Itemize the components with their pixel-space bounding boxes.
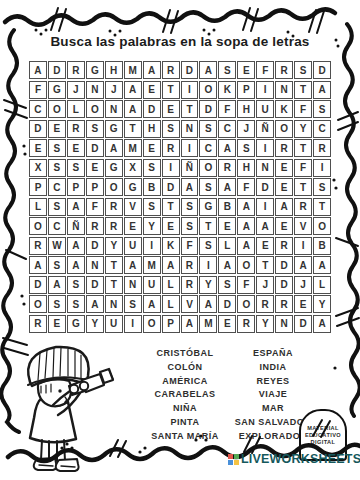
grid-cell-r2c16[interactable]: A: [313, 81, 331, 99]
grid-cell-r13c1[interactable]: O: [29, 295, 47, 313]
grid-cell-r7c11[interactable]: A: [218, 178, 236, 196]
grid-cell-r5c13[interactable]: I: [256, 139, 274, 157]
grid-cell-r13c7[interactable]: A: [143, 295, 161, 313]
grid-cell-r5c5[interactable]: A: [105, 139, 123, 157]
grid-cell-r1c5[interactable]: H: [105, 61, 123, 79]
grid-cell-r8c12[interactable]: A: [237, 198, 255, 216]
grid-cell-r2c1[interactable]: F: [29, 81, 47, 99]
grid-cell-r9c5[interactable]: R: [105, 217, 123, 235]
grid-cell-r5c15[interactable]: T: [294, 139, 312, 157]
grid-cell-r12c16[interactable]: L: [313, 276, 331, 294]
page-title: Busca las palabras en la sopa de letras: [0, 34, 360, 49]
grid-cell-r2c14[interactable]: N: [275, 81, 293, 99]
grid-cell-r13c10[interactable]: A: [199, 295, 217, 313]
grid-cell-r11c5[interactable]: T: [105, 256, 123, 274]
grid-cell-r14c6[interactable]: I: [124, 315, 142, 333]
grid-cell-r7c2[interactable]: C: [48, 178, 66, 196]
word-item[interactable]: ESPAÑA: [207, 347, 339, 361]
grid-cell-r4c16[interactable]: C: [313, 120, 331, 138]
grid-cell-r8c9[interactable]: S: [181, 198, 199, 216]
grid-cell-r5c4[interactable]: D: [86, 139, 104, 157]
grid-cell-r11c16[interactable]: A: [313, 256, 331, 274]
grid-cell-r10c7[interactable]: I: [143, 237, 161, 255]
grid-cell-r4c8[interactable]: S: [162, 120, 180, 138]
grid-cell-r11c6[interactable]: A: [124, 256, 142, 274]
word-item[interactable]: INDIA: [207, 361, 339, 375]
grid-cell-r4c7[interactable]: H: [143, 120, 161, 138]
grid-cell-r13c5[interactable]: N: [105, 295, 123, 313]
grid-cell-r9c16[interactable]: O: [313, 217, 331, 235]
grid-cell-r12c4[interactable]: D: [86, 276, 104, 294]
grid-cell-r11c14[interactable]: D: [275, 256, 293, 274]
grid-cell-r2c8[interactable]: T: [162, 81, 180, 99]
grid-cell-r13c2[interactable]: S: [48, 295, 66, 313]
grid-cell-r1c6[interactable]: M: [124, 61, 142, 79]
grid-cell-r3c15[interactable]: F: [294, 100, 312, 118]
grid-cell-r4c6[interactable]: T: [124, 120, 142, 138]
grid-cell-r2c12[interactable]: P: [237, 81, 255, 99]
grid-cell-r6c8[interactable]: I: [162, 159, 180, 177]
grid-cell-r6c3[interactable]: S: [67, 159, 85, 177]
grid-cell-r3c7[interactable]: D: [143, 100, 161, 118]
grid-cell-r4c5[interactable]: G: [105, 120, 123, 138]
grid-cell-r12c1[interactable]: D: [29, 276, 47, 294]
grid-cell-r2c9[interactable]: I: [181, 81, 199, 99]
grid-cell-r12c9[interactable]: R: [181, 276, 199, 294]
grid-cell-r11c15[interactable]: A: [294, 256, 312, 274]
grid-cell-r5c16[interactable]: R: [313, 139, 331, 157]
grid-cell-r10c14[interactable]: R: [275, 237, 293, 255]
grid-cell-r1c12[interactable]: E: [237, 61, 255, 79]
grid-cell-r10c2[interactable]: W: [48, 237, 66, 255]
grid-cell-r4c15[interactable]: Y: [294, 120, 312, 138]
grid-cell-r5c6[interactable]: M: [124, 139, 142, 157]
grid-cell-r14c13[interactable]: Y: [256, 315, 274, 333]
grid-cell-r8c3[interactable]: A: [67, 198, 85, 216]
grid-cell-r5c14[interactable]: R: [275, 139, 293, 157]
grid-cell-r3c2[interactable]: O: [48, 100, 66, 118]
grid-cell-r12c2[interactable]: A: [48, 276, 66, 294]
grid-cell-r9c13[interactable]: A: [256, 217, 274, 235]
grid-cell-r4c9[interactable]: N: [181, 120, 199, 138]
grid-cell-r7c12[interactable]: F: [237, 178, 255, 196]
grid-cell-r9c9[interactable]: S: [181, 217, 199, 235]
grid-cell-r2c2[interactable]: G: [48, 81, 66, 99]
grid-cell-r3c3[interactable]: L: [67, 100, 85, 118]
worksheet-page: Busca las palabras en la sopa de letras …: [0, 0, 360, 480]
grid-cell-r9c6[interactable]: E: [124, 217, 142, 235]
grid-cell-r10c3[interactable]: A: [67, 237, 85, 255]
grid-cell-r9c4[interactable]: R: [86, 217, 104, 235]
grid-cell-r10c5[interactable]: Y: [105, 237, 123, 255]
grid-cell-r11c8[interactable]: A: [162, 256, 180, 274]
badge-line-1: MATERIAL: [307, 425, 339, 431]
grid-cell-r12c10[interactable]: Y: [199, 276, 217, 294]
grid-cell-r12c13[interactable]: J: [256, 276, 274, 294]
grid-cell-r10c8[interactable]: K: [162, 237, 180, 255]
grid-cell-r7c6[interactable]: G: [124, 178, 142, 196]
grid-cell-r8c5[interactable]: R: [105, 198, 123, 216]
grid-cell-r2c4[interactable]: N: [86, 81, 104, 99]
grid-cell-r8c14[interactable]: A: [275, 198, 293, 216]
grid-cell-r7c5[interactable]: O: [105, 178, 123, 196]
grid-cell-r10c13[interactable]: E: [256, 237, 274, 255]
grid-cell-r12c12[interactable]: F: [237, 276, 255, 294]
grid-cell-r4c4[interactable]: S: [86, 120, 104, 138]
grid-cell-r13c15[interactable]: E: [294, 295, 312, 313]
grid-cell-r1c3[interactable]: R: [67, 61, 85, 79]
grid-cell-r13c9[interactable]: V: [181, 295, 199, 313]
grid-cell-r13c3[interactable]: S: [67, 295, 85, 313]
grid-cell-r6c16[interactable]: I: [313, 159, 331, 177]
grid-cell-r3c11[interactable]: F: [218, 100, 236, 118]
grid-cell-r4c3[interactable]: R: [67, 120, 85, 138]
grid-cell-r14c3[interactable]: G: [67, 315, 85, 333]
grid-cell-r4c1[interactable]: D: [29, 120, 47, 138]
grid-cell-r14c1[interactable]: R: [29, 315, 47, 333]
grid-cell-r9c10[interactable]: T: [199, 217, 217, 235]
grid-cell-r10c12[interactable]: A: [237, 237, 255, 255]
grid-cell-r4c14[interactable]: O: [275, 120, 293, 138]
grid-cell-r7c16[interactable]: S: [313, 178, 331, 196]
grid-cell-r14c10[interactable]: M: [199, 315, 217, 333]
grid-cell-r3c12[interactable]: H: [237, 100, 255, 118]
grid-cell-r6c5[interactable]: G: [105, 159, 123, 177]
grid-cell-r2c15[interactable]: T: [294, 81, 312, 99]
grid-cell-r6c14[interactable]: E: [275, 159, 293, 177]
grid-cell-r7c13[interactable]: D: [256, 178, 274, 196]
grid-cell-r2c6[interactable]: A: [124, 81, 142, 99]
grid-cell-r12c14[interactable]: D: [275, 276, 293, 294]
grid-cell-r13c16[interactable]: Y: [313, 295, 331, 313]
grid-cell-r4c10[interactable]: S: [199, 120, 217, 138]
grid-cell-r8c16[interactable]: T: [313, 198, 331, 216]
grid-cell-r4c11[interactable]: C: [218, 120, 236, 138]
grid-cell-r14c15[interactable]: D: [294, 315, 312, 333]
grid-cell-r11c13[interactable]: T: [256, 256, 274, 274]
grid-cell-r6c11[interactable]: R: [218, 159, 236, 177]
grid-cell-r2c10[interactable]: O: [199, 81, 217, 99]
grid-cell-r5c1[interactable]: E: [29, 139, 47, 157]
child-with-telescope-illustration: [8, 336, 120, 478]
grid-cell-r12c6[interactable]: N: [124, 276, 142, 294]
grid-cell-r12c7[interactable]: U: [143, 276, 161, 294]
grid-cell-r6c12[interactable]: H: [237, 159, 255, 177]
grid-cell-r7c9[interactable]: A: [181, 178, 199, 196]
badge-line-2: EDUCATIVO: [305, 432, 341, 438]
grid-cell-r10c11[interactable]: L: [218, 237, 236, 255]
word-item[interactable]: VIAJE: [207, 388, 339, 402]
grid-cell-r7c4[interactable]: P: [86, 178, 104, 196]
grid-cell-r7c8[interactable]: D: [162, 178, 180, 196]
grid-cell-r14c8[interactable]: P: [162, 315, 180, 333]
grid-cell-r2c11[interactable]: K: [218, 81, 236, 99]
grid-cell-r9c1[interactable]: O: [29, 217, 47, 235]
grid-cell-r2c13[interactable]: I: [256, 81, 274, 99]
grid-cell-r5c9[interactable]: I: [181, 139, 199, 157]
grid-cell-r4c13[interactable]: Ñ: [256, 120, 274, 138]
grid-cell-r1c9[interactable]: D: [181, 61, 199, 79]
grid-cell-r6c10[interactable]: O: [199, 159, 217, 177]
watermark-text: LIVEWORKSHEETS: [241, 452, 360, 466]
grid-cell-r10c4[interactable]: D: [86, 237, 104, 255]
grid-cell-r7c7[interactable]: B: [143, 178, 161, 196]
grid-cell-r3c8[interactable]: E: [162, 100, 180, 118]
grid-cell-r3c6[interactable]: A: [124, 100, 142, 118]
grid-cell-r12c8[interactable]: L: [162, 276, 180, 294]
grid-cell-r9c2[interactable]: C: [48, 217, 66, 235]
grid-cell-r6c4[interactable]: E: [86, 159, 104, 177]
grid-cell-r3c4[interactable]: O: [86, 100, 104, 118]
grid-cell-r14c7[interactable]: O: [143, 315, 161, 333]
grid-cell-r8c15[interactable]: R: [294, 198, 312, 216]
grid-cell-r14c14[interactable]: N: [275, 315, 293, 333]
grid-cell-r4c12[interactable]: J: [237, 120, 255, 138]
grid-cell-r12c5[interactable]: T: [105, 276, 123, 294]
grid-cell-r6c9[interactable]: Ñ: [181, 159, 199, 177]
grid-cell-r5c10[interactable]: C: [199, 139, 217, 157]
grid-cell-r11c7[interactable]: M: [143, 256, 161, 274]
grid-cell-r9c7[interactable]: Y: [143, 217, 161, 235]
grid-cell-r11c4[interactable]: N: [86, 256, 104, 274]
grid-cell-r13c6[interactable]: S: [124, 295, 142, 313]
grid-cell-r1c2[interactable]: D: [48, 61, 66, 79]
grid-cell-r11c12[interactable]: O: [237, 256, 255, 274]
grid-cell-r3c9[interactable]: T: [181, 100, 199, 118]
grid-cell-r8c13[interactable]: I: [256, 198, 274, 216]
grid-cell-r7c10[interactable]: S: [199, 178, 217, 196]
grid-cell-r13c14[interactable]: R: [275, 295, 293, 313]
grid-cell-r2c5[interactable]: J: [105, 81, 123, 99]
grid-cell-r1c10[interactable]: A: [199, 61, 217, 79]
grid-cell-r1c16[interactable]: D: [313, 61, 331, 79]
badge-line-3: DIGITAL: [311, 439, 336, 445]
grid-cell-r10c15[interactable]: I: [294, 237, 312, 255]
grid-cell-r5c12[interactable]: S: [237, 139, 255, 157]
grid-cell-r8c1[interactable]: L: [29, 198, 47, 216]
grid-cell-r10c16[interactable]: B: [313, 237, 331, 255]
grid-cell-r11c11[interactable]: A: [218, 256, 236, 274]
grid-cell-r10c6[interactable]: U: [124, 237, 142, 255]
grid-cell-r13c11[interactable]: D: [218, 295, 236, 313]
grid-cell-r5c3[interactable]: E: [67, 139, 85, 157]
grid-cell-r14c16[interactable]: A: [313, 315, 331, 333]
grid-cell-r6c2[interactable]: S: [48, 159, 66, 177]
grid-cell-r14c12[interactable]: R: [237, 315, 255, 333]
grid-cell-r8c7[interactable]: S: [143, 198, 161, 216]
grid-cell-r5c2[interactable]: S: [48, 139, 66, 157]
grid-cell-r13c12[interactable]: O: [237, 295, 255, 313]
grid-cell-r10c9[interactable]: F: [181, 237, 199, 255]
grid-cell-r8c10[interactable]: G: [199, 198, 217, 216]
grid-cell-r9c15[interactable]: V: [294, 217, 312, 235]
grid-cell-r6c1[interactable]: X: [29, 159, 47, 177]
grid-cell-r3c5[interactable]: N: [105, 100, 123, 118]
liveworksheets-watermark[interactable]: LIVEWORKSHEETS: [228, 452, 360, 466]
grid-cell-r8c6[interactable]: V: [124, 198, 142, 216]
grid-cell-r11c3[interactable]: A: [67, 256, 85, 274]
grid-cell-r14c5[interactable]: U: [105, 315, 123, 333]
grid-cell-r14c2[interactable]: E: [48, 315, 66, 333]
grid-cell-r5c11[interactable]: A: [218, 139, 236, 157]
grid-cell-r3c13[interactable]: U: [256, 100, 274, 118]
grid-cell-r10c10[interactable]: S: [199, 237, 217, 255]
word-item[interactable]: REYES: [207, 375, 339, 389]
grid-cell-r11c2[interactable]: S: [48, 256, 66, 274]
grid-cell-r1c4[interactable]: G: [86, 61, 104, 79]
grid-cell-r11c1[interactable]: A: [29, 256, 47, 274]
grid-cell-r1c8[interactable]: R: [162, 61, 180, 79]
grid-cell-r7c3[interactable]: P: [67, 178, 85, 196]
grid-cell-r7c1[interactable]: P: [29, 178, 47, 196]
grid-cell-r11c10[interactable]: I: [199, 256, 217, 274]
grid-cell-r1c13[interactable]: F: [256, 61, 274, 79]
grid-cell-r12c11[interactable]: S: [218, 276, 236, 294]
grid-cell-r9c14[interactable]: E: [275, 217, 293, 235]
grid-cell-r12c15[interactable]: J: [294, 276, 312, 294]
grid-cell-r2c3[interactable]: J: [67, 81, 85, 99]
grid-cell-r4c2[interactable]: E: [48, 120, 66, 138]
grid-cell-r1c1[interactable]: A: [29, 61, 47, 79]
grid-cell-r3c10[interactable]: D: [199, 100, 217, 118]
grid-cell-r1c11[interactable]: S: [218, 61, 236, 79]
grid-cell-r6c6[interactable]: X: [124, 159, 142, 177]
grid-cell-r3c14[interactable]: K: [275, 100, 293, 118]
grid-cell-r3c16[interactable]: S: [313, 100, 331, 118]
grid-cell-r6c15[interactable]: F: [294, 159, 312, 177]
word-search-grid: ADRGHMARDASEFRSDFGJNJAETIOKPINTACOLONADE…: [29, 61, 331, 333]
grid-cell-r14c9[interactable]: A: [181, 315, 199, 333]
grid-cell-r10c1[interactable]: R: [29, 237, 47, 255]
grid-cell-r1c7[interactable]: A: [143, 61, 161, 79]
grid-cell-r8c8[interactable]: T: [162, 198, 180, 216]
grid-cell-r9c3[interactable]: Ñ: [67, 217, 85, 235]
grid-cell-r9c8[interactable]: E: [162, 217, 180, 235]
grid-cell-r5c8[interactable]: R: [162, 139, 180, 157]
grid-cell-r2c7[interactable]: E: [143, 81, 161, 99]
grid-cell-r9c12[interactable]: A: [237, 217, 255, 235]
grid-cell-r13c13[interactable]: R: [256, 295, 274, 313]
grid-cell-r14c4[interactable]: Y: [86, 315, 104, 333]
grid-cell-r7c15[interactable]: T: [294, 178, 312, 196]
grid-cell-r9c11[interactable]: E: [218, 217, 236, 235]
grid-cell-r3c1[interactable]: C: [29, 100, 47, 118]
grid-cell-r13c4[interactable]: A: [86, 295, 104, 313]
grid-cell-r8c11[interactable]: B: [218, 198, 236, 216]
liveworksheets-logo-icon: [228, 454, 239, 465]
grid-cell-r1c14[interactable]: R: [275, 61, 293, 79]
grid-cell-r14c11[interactable]: E: [218, 315, 236, 333]
grid-cell-r6c13[interactable]: N: [256, 159, 274, 177]
grid-cell-r7c14[interactable]: E: [275, 178, 293, 196]
grid-cell-r6c7[interactable]: S: [143, 159, 161, 177]
grid-cell-r5c7[interactable]: E: [143, 139, 161, 157]
grid-cell-r12c3[interactable]: S: [67, 276, 85, 294]
grid-cell-r11c9[interactable]: R: [181, 256, 199, 274]
grid-cell-r8c2[interactable]: S: [48, 198, 66, 216]
grid-cell-r1c15[interactable]: S: [294, 61, 312, 79]
grid-cell-r13c8[interactable]: L: [162, 295, 180, 313]
grid-cell-r8c4[interactable]: F: [86, 198, 104, 216]
